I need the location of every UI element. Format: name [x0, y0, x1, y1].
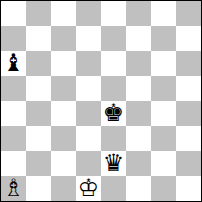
square-d7[interactable] — [76, 26, 101, 51]
square-d3[interactable] — [76, 126, 101, 151]
chess-board: ♝♚♛♗♔ — [0, 0, 202, 202]
square-e6[interactable] — [101, 51, 126, 76]
square-g5[interactable] — [151, 76, 176, 101]
square-g8[interactable] — [151, 1, 176, 26]
square-b1[interactable] — [26, 176, 51, 201]
square-f5[interactable] — [126, 76, 151, 101]
square-a2[interactable] — [1, 151, 26, 176]
square-d4[interactable] — [76, 101, 101, 126]
square-e2[interactable]: ♛ — [101, 151, 126, 176]
square-g3[interactable] — [151, 126, 176, 151]
square-c4[interactable] — [51, 101, 76, 126]
square-c2[interactable] — [51, 151, 76, 176]
black-bishop-piece[interactable]: ♝ — [3, 51, 25, 76]
square-b4[interactable] — [26, 101, 51, 126]
square-a5[interactable] — [1, 76, 26, 101]
square-f7[interactable] — [126, 26, 151, 51]
square-h2[interactable] — [176, 151, 201, 176]
square-f8[interactable] — [126, 1, 151, 26]
square-f1[interactable] — [126, 176, 151, 201]
square-e7[interactable] — [101, 26, 126, 51]
square-b3[interactable] — [26, 126, 51, 151]
square-a7[interactable] — [1, 26, 26, 51]
square-a1[interactable]: ♗ — [1, 176, 26, 201]
square-h8[interactable] — [176, 1, 201, 26]
square-b8[interactable] — [26, 1, 51, 26]
square-c3[interactable] — [51, 126, 76, 151]
chess-diagram: ♝♚♛♗♔ — [0, 0, 202, 202]
square-b7[interactable] — [26, 26, 51, 51]
square-e1[interactable] — [101, 176, 126, 201]
square-a8[interactable] — [1, 1, 26, 26]
square-g1[interactable] — [151, 176, 176, 201]
square-b2[interactable] — [26, 151, 51, 176]
black-queen-piece[interactable]: ♛ — [103, 151, 125, 176]
square-e8[interactable] — [101, 1, 126, 26]
square-h7[interactable] — [176, 26, 201, 51]
square-c1[interactable] — [51, 176, 76, 201]
square-f6[interactable] — [126, 51, 151, 76]
square-c6[interactable] — [51, 51, 76, 76]
square-h6[interactable] — [176, 51, 201, 76]
square-f4[interactable] — [126, 101, 151, 126]
square-b5[interactable] — [26, 76, 51, 101]
square-g6[interactable] — [151, 51, 176, 76]
square-e5[interactable] — [101, 76, 126, 101]
white-bishop-piece[interactable]: ♗ — [3, 176, 25, 201]
square-c7[interactable] — [51, 26, 76, 51]
square-a4[interactable] — [1, 101, 26, 126]
square-e4[interactable]: ♚ — [101, 101, 126, 126]
square-c5[interactable] — [51, 76, 76, 101]
square-f3[interactable] — [126, 126, 151, 151]
square-b6[interactable] — [26, 51, 51, 76]
black-king-piece[interactable]: ♚ — [103, 101, 125, 126]
square-h4[interactable] — [176, 101, 201, 126]
square-c8[interactable] — [51, 1, 76, 26]
square-h5[interactable] — [176, 76, 201, 101]
white-king-piece[interactable]: ♔ — [78, 176, 100, 201]
square-d1[interactable]: ♔ — [76, 176, 101, 201]
square-g7[interactable] — [151, 26, 176, 51]
square-g4[interactable] — [151, 101, 176, 126]
square-d5[interactable] — [76, 76, 101, 101]
square-g2[interactable] — [151, 151, 176, 176]
square-h3[interactable] — [176, 126, 201, 151]
square-a6[interactable]: ♝ — [1, 51, 26, 76]
square-e3[interactable] — [101, 126, 126, 151]
square-a3[interactable] — [1, 126, 26, 151]
square-d6[interactable] — [76, 51, 101, 76]
square-d8[interactable] — [76, 1, 101, 26]
square-h1[interactable] — [176, 176, 201, 201]
square-d2[interactable] — [76, 151, 101, 176]
square-f2[interactable] — [126, 151, 151, 176]
